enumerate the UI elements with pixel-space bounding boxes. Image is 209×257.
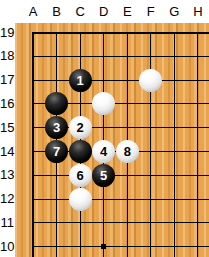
grid-hline-17 [32,80,209,81]
column-label-D: D [99,3,108,20]
grid-hline-13 [32,175,209,176]
white-stone-F17 [139,69,162,92]
white-stone-C15: 2 [69,116,92,139]
column-label-G: G [169,3,179,20]
row-label-15: 15 [0,121,14,135]
black-stone-C14 [69,140,92,163]
grid-hline-18 [32,56,209,57]
grid-hline-10 [32,246,209,247]
grid-hline-19 [32,32,209,34]
grid-hline-11 [32,222,209,223]
white-stone-E14: 8 [116,140,139,163]
row-label-10: 10 [0,240,14,254]
grid-hline-12 [32,199,209,200]
white-stone-C13: 6 [69,164,92,187]
row-label-12: 12 [0,192,14,206]
column-label-H: H [193,3,202,20]
column-label-F: F [147,3,155,20]
row-label-14: 14 [0,145,14,159]
column-label-C: C [75,3,84,20]
column-label-E: E [123,3,132,20]
row-label-19: 19 [0,26,14,40]
row-label-16: 16 [0,97,14,111]
black-stone-D13: 5 [92,164,115,187]
column-label-B: B [52,3,61,20]
row-label-18: 18 [0,49,14,63]
black-stone-B14: 7 [45,140,68,163]
column-label-A: A [29,3,38,20]
black-stone-C17: 1 [69,69,92,92]
row-label-17: 17 [0,73,14,87]
go-diagram: ABCDEFGH 19181716151413121110 13274865 [0,0,209,257]
row-label-11: 11 [0,216,14,230]
white-stone-C12 [69,188,92,211]
star-point-D10 [101,244,106,249]
row-label-13: 13 [0,168,14,182]
